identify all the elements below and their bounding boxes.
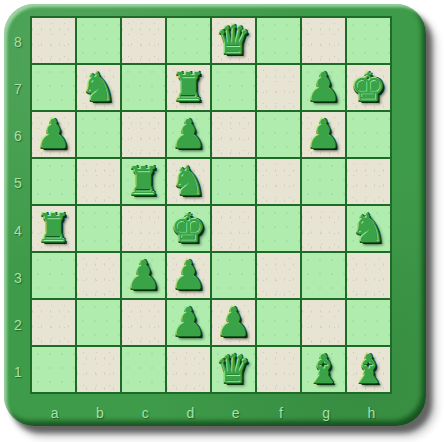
rank-label-6: 6: [9, 113, 27, 160]
piece-queen-e8[interactable]: ♛: [216, 18, 252, 63]
square-e2[interactable]: ♟: [212, 300, 255, 345]
square-f2[interactable]: [257, 300, 300, 345]
square-e8[interactable]: ♛: [212, 18, 255, 63]
square-h5[interactable]: [347, 159, 390, 204]
square-d7[interactable]: ♜: [167, 65, 210, 110]
square-b7[interactable]: ♞: [77, 65, 120, 110]
square-f8[interactable]: [257, 18, 300, 63]
square-d1[interactable]: [167, 347, 210, 392]
square-c3[interactable]: ♟: [122, 253, 165, 298]
square-e7[interactable]: [212, 65, 255, 110]
rank-label-3: 3: [9, 254, 27, 301]
piece-knight-d5[interactable]: ♞: [171, 159, 207, 204]
rank-label-5: 5: [9, 160, 27, 207]
square-h4[interactable]: ♞: [347, 206, 390, 251]
file-label-a: a: [32, 400, 77, 426]
square-f4[interactable]: [257, 206, 300, 251]
piece-pawn-e2[interactable]: ♟: [216, 300, 252, 345]
piece-knight-h4[interactable]: ♞: [351, 206, 387, 251]
square-c8[interactable]: [122, 18, 165, 63]
chess-board: ♛♞♜♟♚♟♟♟♜♞♜♚♞♟♟♟♟♛♝♝: [30, 16, 392, 394]
square-d4[interactable]: ♚: [167, 206, 210, 251]
piece-rook-d7[interactable]: ♜: [171, 65, 207, 110]
piece-queen-e1[interactable]: ♛: [216, 347, 252, 392]
square-a6[interactable]: ♟: [32, 112, 75, 157]
square-f6[interactable]: [257, 112, 300, 157]
square-d2[interactable]: ♟: [167, 300, 210, 345]
square-a5[interactable]: [32, 159, 75, 204]
square-g6[interactable]: ♟: [302, 112, 345, 157]
square-a3[interactable]: [32, 253, 75, 298]
square-b1[interactable]: [77, 347, 120, 392]
rank-label-1: 1: [9, 349, 27, 396]
rank-label-7: 7: [9, 65, 27, 112]
square-e6[interactable]: [212, 112, 255, 157]
square-h8[interactable]: [347, 18, 390, 63]
piece-pawn-a6[interactable]: ♟: [36, 112, 72, 157]
square-c6[interactable]: [122, 112, 165, 157]
square-c7[interactable]: [122, 65, 165, 110]
rank-label-2: 2: [9, 302, 27, 349]
piece-pawn-g7[interactable]: ♟: [306, 65, 342, 110]
square-a2[interactable]: [32, 300, 75, 345]
square-c5[interactable]: ♜: [122, 159, 165, 204]
square-d3[interactable]: ♟: [167, 253, 210, 298]
square-h7[interactable]: ♚: [347, 65, 390, 110]
square-g2[interactable]: [302, 300, 345, 345]
square-h3[interactable]: [347, 253, 390, 298]
square-e5[interactable]: [212, 159, 255, 204]
square-a1[interactable]: [32, 347, 75, 392]
file-label-e: e: [213, 400, 258, 426]
square-g5[interactable]: [302, 159, 345, 204]
square-c4[interactable]: [122, 206, 165, 251]
square-h1[interactable]: ♝: [347, 347, 390, 392]
piece-pawn-d6[interactable]: ♟: [171, 112, 207, 157]
square-c1[interactable]: [122, 347, 165, 392]
board-frame: 87654321 ♛♞♜♟♚♟♟♟♜♞♜♚♞♟♟♟♟♛♝♝ abcdefgh: [4, 4, 426, 426]
square-b3[interactable]: [77, 253, 120, 298]
piece-rook-c5[interactable]: ♜: [126, 159, 162, 204]
piece-pawn-g6[interactable]: ♟: [306, 112, 342, 157]
square-b6[interactable]: [77, 112, 120, 157]
rank-label-4: 4: [9, 207, 27, 254]
piece-bishop-g1[interactable]: ♝: [306, 347, 342, 392]
square-e3[interactable]: [212, 253, 255, 298]
rank-label-8: 8: [9, 18, 27, 65]
square-f1[interactable]: [257, 347, 300, 392]
piece-bishop-h1[interactable]: ♝: [351, 347, 387, 392]
file-labels: abcdefgh: [32, 400, 394, 426]
square-g4[interactable]: [302, 206, 345, 251]
piece-pawn-d3[interactable]: ♟: [171, 253, 207, 298]
square-g8[interactable]: [302, 18, 345, 63]
square-e1[interactable]: ♛: [212, 347, 255, 392]
square-h2[interactable]: [347, 300, 390, 345]
square-a4[interactable]: ♜: [32, 206, 75, 251]
square-d5[interactable]: ♞: [167, 159, 210, 204]
piece-rook-a4[interactable]: ♜: [36, 206, 72, 251]
square-b5[interactable]: [77, 159, 120, 204]
square-c2[interactable]: [122, 300, 165, 345]
square-d8[interactable]: [167, 18, 210, 63]
square-f5[interactable]: [257, 159, 300, 204]
square-b4[interactable]: [77, 206, 120, 251]
piece-pawn-d2[interactable]: ♟: [171, 300, 207, 345]
square-a7[interactable]: [32, 65, 75, 110]
piece-knight-b7[interactable]: ♞: [81, 65, 117, 110]
file-label-d: d: [168, 400, 213, 426]
piece-king-h7[interactable]: ♚: [351, 65, 387, 110]
square-f7[interactable]: [257, 65, 300, 110]
file-label-b: b: [77, 400, 122, 426]
square-b8[interactable]: [77, 18, 120, 63]
square-f3[interactable]: [257, 253, 300, 298]
rank-labels: 87654321: [9, 18, 27, 396]
square-g1[interactable]: ♝: [302, 347, 345, 392]
piece-pawn-c3[interactable]: ♟: [126, 253, 162, 298]
square-d6[interactable]: ♟: [167, 112, 210, 157]
square-g7[interactable]: ♟: [302, 65, 345, 110]
file-label-f: f: [258, 400, 303, 426]
file-label-c: c: [123, 400, 168, 426]
file-label-g: g: [304, 400, 349, 426]
square-a8[interactable]: [32, 18, 75, 63]
square-h6[interactable]: [347, 112, 390, 157]
square-b2[interactable]: [77, 300, 120, 345]
piece-king-d4[interactable]: ♚: [171, 206, 207, 251]
square-g3[interactable]: [302, 253, 345, 298]
square-e4[interactable]: [212, 206, 255, 251]
file-label-h: h: [349, 400, 394, 426]
